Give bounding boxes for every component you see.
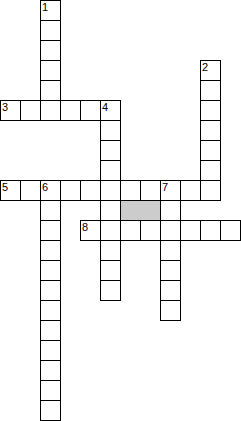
cell-r17c2[interactable] <box>40 340 61 361</box>
crossword-board: 12345678 <box>0 0 241 421</box>
cell-r5c2[interactable] <box>40 100 61 121</box>
cell-r13c5[interactable] <box>100 260 121 281</box>
cell-r15c2[interactable] <box>40 300 61 321</box>
cell-r10c8[interactable] <box>160 200 181 221</box>
cell-r4c2[interactable] <box>40 80 61 101</box>
cell-r4c10[interactable] <box>200 80 221 101</box>
cell-r13c2[interactable] <box>40 260 61 281</box>
cell-r19c2[interactable] <box>40 380 61 401</box>
cell-r7c5[interactable] <box>100 140 121 161</box>
cell-r11c8[interactable] <box>160 220 181 241</box>
cell-r9c9[interactable] <box>180 180 201 201</box>
cell-r5c10[interactable] <box>200 100 221 121</box>
cell-r14c5[interactable] <box>100 280 121 301</box>
cell-r5c0[interactable] <box>0 100 21 121</box>
cell-r5c3[interactable] <box>60 100 81 121</box>
cell-r5c1[interactable] <box>20 100 41 121</box>
cell-r9c8[interactable] <box>160 180 181 201</box>
cell-r15c8[interactable] <box>160 300 181 321</box>
cell-r9c3[interactable] <box>60 180 81 201</box>
cell-r9c0[interactable] <box>0 180 21 201</box>
cell-r14c8[interactable] <box>160 280 181 301</box>
cell-r5c4[interactable] <box>80 100 101 121</box>
cell-r6c10[interactable] <box>200 120 221 141</box>
cell-r5c5[interactable] <box>100 100 121 121</box>
cell-r8c10[interactable] <box>200 160 221 181</box>
cell-r18c2[interactable] <box>40 360 61 381</box>
cell-r12c8[interactable] <box>160 240 181 261</box>
cell-r9c5[interactable] <box>100 180 121 201</box>
cell-r3c2[interactable] <box>40 60 61 81</box>
cell-r11c10[interactable] <box>200 220 221 241</box>
cell-r1c2[interactable] <box>40 20 61 41</box>
cell-r7c10[interactable] <box>200 140 221 161</box>
cell-r9c2[interactable] <box>40 180 61 201</box>
cell-r11c6[interactable] <box>120 220 141 241</box>
cell-r9c10[interactable] <box>200 180 221 201</box>
cell-r8c5[interactable] <box>100 160 121 181</box>
cell-r11c2[interactable] <box>40 220 61 241</box>
cell-r20c2[interactable] <box>40 400 61 421</box>
cell-r0c2[interactable] <box>40 0 61 21</box>
cell-r10c2[interactable] <box>40 200 61 221</box>
cell-r9c1[interactable] <box>20 180 41 201</box>
cell-r11c9[interactable] <box>180 220 201 241</box>
cell-r11c4[interactable] <box>80 220 101 241</box>
cell-r9c4[interactable] <box>80 180 101 201</box>
cell-r12c2[interactable] <box>40 240 61 261</box>
shaded-cell[interactable] <box>120 200 161 221</box>
cell-r3c10[interactable] <box>200 60 221 81</box>
cell-r14c2[interactable] <box>40 280 61 301</box>
cell-r16c2[interactable] <box>40 320 61 341</box>
cell-r10c5[interactable] <box>100 200 121 221</box>
cell-r11c5[interactable] <box>100 220 121 241</box>
cell-r2c2[interactable] <box>40 40 61 61</box>
cell-r12c5[interactable] <box>100 240 121 261</box>
cell-r9c6[interactable] <box>120 180 141 201</box>
cell-r13c8[interactable] <box>160 260 181 281</box>
cell-r6c5[interactable] <box>100 120 121 141</box>
cell-r11c11[interactable] <box>220 220 241 241</box>
cell-r11c7[interactable] <box>140 220 161 241</box>
cell-r9c7[interactable] <box>140 180 161 201</box>
